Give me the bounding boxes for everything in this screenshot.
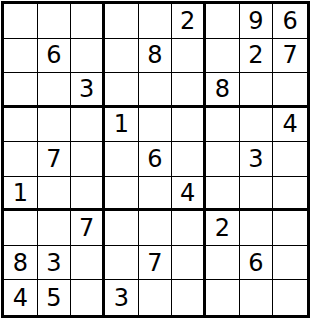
cell-r3c2[interactable]	[38, 73, 72, 108]
cell-r9c2-given[interactable]: 5	[38, 280, 72, 315]
cell-r2c2-given[interactable]: 6	[38, 39, 72, 74]
cell-r5c9[interactable]	[273, 142, 307, 177]
cell-r3c9[interactable]	[273, 73, 307, 108]
cell-r1c2[interactable]	[38, 4, 72, 39]
cell-r5c1[interactable]	[4, 142, 38, 177]
cell-r7c6[interactable]	[172, 211, 206, 246]
cell-r3c4[interactable]	[105, 73, 139, 108]
cell-r2c6[interactable]	[172, 39, 206, 74]
cell-r1c1[interactable]	[4, 4, 38, 39]
cell-r6c5[interactable]	[139, 177, 173, 212]
cell-r9c7[interactable]	[206, 280, 240, 315]
cell-r7c9[interactable]	[273, 211, 307, 246]
cell-r2c1[interactable]	[4, 39, 38, 74]
cell-r4c6[interactable]	[172, 108, 206, 143]
cell-r9c4-given[interactable]: 3	[105, 280, 139, 315]
cell-r3c7-given[interactable]: 8	[206, 73, 240, 108]
cell-r1c6-given[interactable]: 2	[172, 4, 206, 39]
cell-r3c8[interactable]	[240, 73, 274, 108]
cell-r3c1[interactable]	[4, 73, 38, 108]
cell-r7c8[interactable]	[240, 211, 274, 246]
cell-r2c3[interactable]	[71, 39, 105, 74]
cell-r7c2[interactable]	[38, 211, 72, 246]
cell-r1c7[interactable]	[206, 4, 240, 39]
cell-r4c4-given[interactable]: 1	[105, 108, 139, 143]
cell-r8c9[interactable]	[273, 246, 307, 281]
cell-r3c5[interactable]	[139, 73, 173, 108]
cell-r6c2[interactable]	[38, 177, 72, 212]
cell-r1c4[interactable]	[105, 4, 139, 39]
cell-r3c3-given[interactable]: 3	[71, 73, 105, 108]
sudoku-board: 2966827381476314728376453	[1, 1, 310, 318]
cell-r4c8[interactable]	[240, 108, 274, 143]
cell-r4c3[interactable]	[71, 108, 105, 143]
cell-r4c5[interactable]	[139, 108, 173, 143]
cell-r2c4[interactable]	[105, 39, 139, 74]
cell-r8c2-given[interactable]: 3	[38, 246, 72, 281]
cell-r2c9-given[interactable]: 7	[273, 39, 307, 74]
cell-r5c7[interactable]	[206, 142, 240, 177]
cell-r7c5[interactable]	[139, 211, 173, 246]
cell-r6c4[interactable]	[105, 177, 139, 212]
cell-r4c9-given[interactable]: 4	[273, 108, 307, 143]
cell-r5c5-given[interactable]: 6	[139, 142, 173, 177]
cell-r4c7[interactable]	[206, 108, 240, 143]
cell-r8c7[interactable]	[206, 246, 240, 281]
cell-r7c1[interactable]	[4, 211, 38, 246]
cell-r6c8[interactable]	[240, 177, 274, 212]
cell-r2c5-given[interactable]: 8	[139, 39, 173, 74]
cell-r4c1[interactable]	[4, 108, 38, 143]
cell-r1c3[interactable]	[71, 4, 105, 39]
cell-r5c4[interactable]	[105, 142, 139, 177]
cell-r8c4[interactable]	[105, 246, 139, 281]
cell-r6c1-given[interactable]: 1	[4, 177, 38, 212]
cell-r5c8-given[interactable]: 3	[240, 142, 274, 177]
cell-r2c7[interactable]	[206, 39, 240, 74]
cell-r1c8-given[interactable]: 9	[240, 4, 274, 39]
cell-r8c5-given[interactable]: 7	[139, 246, 173, 281]
cell-r9c1-given[interactable]: 4	[4, 280, 38, 315]
cell-r7c4[interactable]	[105, 211, 139, 246]
cell-r6c7[interactable]	[206, 177, 240, 212]
cell-r8c3[interactable]	[71, 246, 105, 281]
cell-r5c3[interactable]	[71, 142, 105, 177]
cell-r6c9[interactable]	[273, 177, 307, 212]
cell-r6c6-given[interactable]: 4	[172, 177, 206, 212]
cell-r7c3-given[interactable]: 7	[71, 211, 105, 246]
cell-r8c1-given[interactable]: 8	[4, 246, 38, 281]
cell-r9c3[interactable]	[71, 280, 105, 315]
cell-r6c3[interactable]	[71, 177, 105, 212]
cell-r4c2[interactable]	[38, 108, 72, 143]
cell-r9c6[interactable]	[172, 280, 206, 315]
cell-r1c5[interactable]	[139, 4, 173, 39]
cell-r5c2-given[interactable]: 7	[38, 142, 72, 177]
cell-r9c5[interactable]	[139, 280, 173, 315]
cell-r9c9[interactable]	[273, 280, 307, 315]
cell-r8c6[interactable]	[172, 246, 206, 281]
cell-r2c8-given[interactable]: 2	[240, 39, 274, 74]
cell-r7c7-given[interactable]: 2	[206, 211, 240, 246]
cell-r3c6[interactable]	[172, 73, 206, 108]
cell-r9c8[interactable]	[240, 280, 274, 315]
cell-r1c9-given[interactable]: 6	[273, 4, 307, 39]
cell-r5c6[interactable]	[172, 142, 206, 177]
cell-r8c8-given[interactable]: 6	[240, 246, 274, 281]
